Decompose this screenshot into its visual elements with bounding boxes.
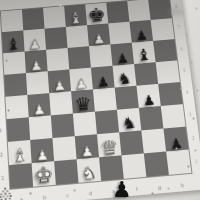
square-f6: ♟ <box>110 43 134 66</box>
black-king: ♚ <box>87 6 107 25</box>
square-g3 <box>139 106 164 130</box>
photo-scene: ♝♚♝♟♟♟♟♟♝♟♟♟♞♟♛♟♞♝♟♟♛♟♚♞ abcdefgh 876543… <box>0 0 200 200</box>
white-bishop: ♝ <box>68 11 84 26</box>
black-pawn: ♟ <box>116 52 130 65</box>
square-a4 <box>5 95 28 119</box>
square-a1 <box>9 163 33 189</box>
square-e2: ♛ <box>97 132 121 157</box>
coordinate-label: 5 <box>179 59 190 82</box>
square-g7: ♟ <box>129 20 153 43</box>
square-g1 <box>144 151 169 176</box>
square-a8 <box>1 10 23 33</box>
white-pawn: ♟ <box>80 145 94 159</box>
coordinate-label: 3 <box>0 120 5 144</box>
square-e6 <box>89 44 113 67</box>
square-h5 <box>156 60 180 84</box>
coordinate-label: 6 <box>0 53 1 75</box>
square-d4: ♛ <box>71 89 95 113</box>
square-e7: ♟ <box>87 23 110 46</box>
square-b8 <box>22 8 45 30</box>
square-d2: ♟ <box>75 134 99 159</box>
square-c5: ♟ <box>48 69 71 93</box>
square-h7 <box>151 18 175 41</box>
coordinate-label: h <box>171 182 195 189</box>
coordinate-label: 3 <box>185 104 196 127</box>
coordinate-label: c <box>56 192 79 199</box>
square-c2 <box>52 136 76 161</box>
white-bishop: ♝ <box>12 148 28 165</box>
coordinate-label: 2 <box>0 143 6 167</box>
square-e4 <box>93 88 117 112</box>
square-g6: ♝ <box>132 41 156 64</box>
square-h3 <box>161 104 186 128</box>
square-b3 <box>29 115 53 140</box>
square-a7: ♝ <box>2 30 25 53</box>
white-pawn: ♟ <box>53 79 66 92</box>
square-b5 <box>26 71 49 95</box>
black-pawn: ♟ <box>169 137 183 151</box>
coordinate-label: 5 <box>0 75 2 98</box>
square-d3 <box>73 112 97 137</box>
white-pawn: ♟ <box>33 103 46 117</box>
black-bishop: ♝ <box>6 37 22 53</box>
square-b7: ♟ <box>23 29 46 52</box>
square-f1 <box>121 153 146 178</box>
square-f3: ♞ <box>117 108 141 132</box>
square-h2: ♟ <box>163 127 188 152</box>
square-b1: ♚ <box>32 161 56 187</box>
square-c6 <box>46 48 69 71</box>
square-a5 <box>4 73 27 97</box>
square-f8 <box>106 1 129 23</box>
square-a6 <box>3 52 26 75</box>
coordinate-label: g <box>148 184 171 191</box>
chess-board: ♝♚♝♟♟♟♟♟♝♟♟♟♞♟♛♟♞♝♟♟♛♟♚♞ <box>0 0 193 190</box>
square-a2: ♝ <box>8 140 32 165</box>
white-pawn: ♟ <box>75 78 88 91</box>
white-pawn: ♟ <box>36 149 50 163</box>
white-king: ♚ <box>33 165 54 187</box>
square-d6 <box>68 46 91 69</box>
square-d8: ♝ <box>64 5 87 27</box>
square-h1 <box>166 150 191 175</box>
black-pawn: ♟ <box>96 76 110 89</box>
white-pawn: ♟ <box>28 38 41 51</box>
square-g5 <box>134 62 158 86</box>
square-c1 <box>54 159 78 185</box>
square-d1: ♞ <box>77 157 102 182</box>
square-c4 <box>49 91 73 115</box>
black-queen: ♛ <box>74 95 92 113</box>
square-g2 <box>141 129 166 154</box>
black-knight: ♞ <box>117 72 133 87</box>
coordinate-label: 6 <box>176 38 187 60</box>
black-pawn: ♟ <box>135 29 148 42</box>
square-h6 <box>153 39 177 62</box>
square-d7 <box>66 25 89 48</box>
white-queen: ♛ <box>100 138 119 157</box>
coordinate-label: 4 <box>0 97 4 120</box>
coordinate-label: 7 <box>174 17 184 39</box>
black-bishop: ♝ <box>136 48 153 64</box>
captured-black-piece: ♟ <box>112 179 132 200</box>
square-f7 <box>108 22 131 45</box>
square-g8 <box>127 0 150 22</box>
square-f2 <box>119 130 144 155</box>
square-e3 <box>95 110 119 134</box>
corner-emblem-icon <box>0 186 13 200</box>
square-h8 <box>148 0 172 20</box>
square-e5: ♟ <box>91 66 115 90</box>
square-g4: ♟ <box>136 84 160 108</box>
square-c3 <box>51 113 75 138</box>
white-knight: ♞ <box>81 166 97 182</box>
white-pawn: ♟ <box>92 33 105 46</box>
chess-mat: ♝♚♝♟♟♟♟♟♝♟♟♟♞♟♛♟♞♝♟♟♛♟♚♞ abcdefgh 876543… <box>0 0 200 200</box>
coordinate-label: a <box>10 196 33 200</box>
square-h4 <box>158 82 182 106</box>
white-pawn: ♟ <box>30 60 43 73</box>
square-c7 <box>45 27 68 50</box>
black-knight: ♞ <box>122 116 138 132</box>
square-a3 <box>7 117 31 142</box>
square-c8 <box>43 6 66 28</box>
coordinate-label: b <box>33 194 56 200</box>
square-e8: ♚ <box>85 3 108 25</box>
square-b4: ♟ <box>27 93 50 117</box>
square-d5: ♟ <box>69 68 93 92</box>
coordinate-label: 4 <box>182 81 193 104</box>
coordinate-label: 8 <box>171 0 181 17</box>
coordinate-label: 2 <box>188 126 199 150</box>
coordinate-label: d <box>79 190 102 197</box>
square-b6: ♟ <box>25 50 48 73</box>
square-f4 <box>115 86 139 110</box>
square-b2: ♟ <box>30 138 54 163</box>
black-pawn: ♟ <box>142 94 156 107</box>
square-f5: ♞ <box>113 64 137 88</box>
